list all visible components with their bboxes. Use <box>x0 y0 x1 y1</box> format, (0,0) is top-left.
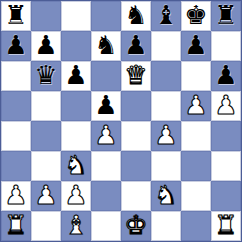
square-d7[interactable]: ♞ <box>91 31 121 61</box>
square-e8[interactable]: ♞ <box>121 1 151 31</box>
square-c7[interactable] <box>61 31 91 61</box>
piece-black-pawn-c6[interactable]: ♟ <box>64 62 87 88</box>
square-h3[interactable] <box>211 151 241 181</box>
square-e1[interactable]: ♚ <box>121 211 151 241</box>
square-e5[interactable] <box>121 91 151 121</box>
square-c6[interactable]: ♟ <box>61 61 91 91</box>
square-c1[interactable]: ♝ <box>61 211 91 241</box>
square-c2[interactable]: ♟ <box>61 181 91 211</box>
square-f8[interactable]: ♝ <box>151 1 181 31</box>
piece-white-pawn-c2[interactable]: ♟ <box>64 182 87 208</box>
piece-black-rook-a8[interactable]: ♜ <box>4 2 27 28</box>
square-d6[interactable] <box>91 61 121 91</box>
piece-white-pawn-f4[interactable]: ♟ <box>154 122 177 148</box>
square-f6[interactable] <box>151 61 181 91</box>
square-f2[interactable]: ♞ <box>151 181 181 211</box>
piece-black-king-g8[interactable]: ♚ <box>184 2 207 28</box>
piece-white-pawn-g5[interactable]: ♟ <box>184 92 207 118</box>
square-e2[interactable] <box>121 181 151 211</box>
square-h7[interactable] <box>211 31 241 61</box>
square-h8[interactable]: ♜ <box>211 1 241 31</box>
square-d4[interactable]: ♟ <box>91 121 121 151</box>
piece-black-rook-h8[interactable]: ♜ <box>214 2 237 28</box>
piece-black-pawn-e7[interactable]: ♟ <box>124 32 147 58</box>
square-f3[interactable] <box>151 151 181 181</box>
square-e3[interactable] <box>121 151 151 181</box>
piece-white-pawn-b2[interactable]: ♟ <box>34 182 57 208</box>
square-b3[interactable] <box>31 151 61 181</box>
square-h2[interactable] <box>211 181 241 211</box>
square-f5[interactable] <box>151 91 181 121</box>
square-b5[interactable] <box>31 91 61 121</box>
piece-white-knight-f2[interactable]: ♞ <box>154 182 177 208</box>
square-a3[interactable] <box>1 151 31 181</box>
square-b7[interactable]: ♟ <box>31 31 61 61</box>
square-a6[interactable] <box>1 61 31 91</box>
piece-black-pawn-g7[interactable]: ♟ <box>184 32 207 58</box>
piece-white-rook-a1[interactable]: ♜ <box>4 212 27 238</box>
square-c3[interactable]: ♞ <box>61 151 91 181</box>
square-b2[interactable]: ♟ <box>31 181 61 211</box>
square-c8[interactable] <box>61 1 91 31</box>
square-a8[interactable]: ♜ <box>1 1 31 31</box>
piece-white-pawn-d4[interactable]: ♟ <box>94 122 117 148</box>
square-b4[interactable] <box>31 121 61 151</box>
piece-black-pawn-d5[interactable]: ♟ <box>94 92 117 118</box>
square-f7[interactable] <box>151 31 181 61</box>
square-d3[interactable] <box>91 151 121 181</box>
square-g3[interactable] <box>181 151 211 181</box>
square-h6[interactable]: ♟ <box>211 61 241 91</box>
piece-white-queen-e6[interactable]: ♛ <box>124 62 147 88</box>
square-b8[interactable] <box>31 1 61 31</box>
square-h4[interactable] <box>211 121 241 151</box>
square-d2[interactable] <box>91 181 121 211</box>
square-e7[interactable]: ♟ <box>121 31 151 61</box>
square-g2[interactable] <box>181 181 211 211</box>
square-b6[interactable]: ♛ <box>31 61 61 91</box>
square-g5[interactable]: ♟ <box>181 91 211 121</box>
square-a1[interactable]: ♜ <box>1 211 31 241</box>
piece-black-knight-d7[interactable]: ♞ <box>94 32 117 58</box>
square-b1[interactable] <box>31 211 61 241</box>
square-g4[interactable] <box>181 121 211 151</box>
square-d5[interactable]: ♟ <box>91 91 121 121</box>
square-e6[interactable]: ♛ <box>121 61 151 91</box>
piece-white-bishop-c1[interactable]: ♝ <box>64 212 87 238</box>
piece-black-knight-e8[interactable]: ♞ <box>124 2 147 28</box>
square-f4[interactable]: ♟ <box>151 121 181 151</box>
square-d1[interactable] <box>91 211 121 241</box>
square-a7[interactable]: ♟ <box>1 31 31 61</box>
chess-board: ♜♞♝♚♜♟♟♞♟♟♛♟♛♟♟♟♟♟♟♞♟♟♟♞♜♝♚♜ <box>0 0 242 242</box>
piece-black-pawn-b7[interactable]: ♟ <box>34 32 57 58</box>
piece-white-king-e1[interactable]: ♚ <box>124 212 147 238</box>
square-a4[interactable] <box>1 121 31 151</box>
piece-white-rook-h1[interactable]: ♜ <box>214 212 237 238</box>
piece-white-knight-c3[interactable]: ♞ <box>64 152 87 178</box>
square-d8[interactable] <box>91 1 121 31</box>
piece-black-pawn-h6[interactable]: ♟ <box>214 62 237 88</box>
piece-black-queen-b6[interactable]: ♛ <box>34 62 57 88</box>
piece-white-pawn-h5[interactable]: ♟ <box>214 92 237 118</box>
piece-black-pawn-a7[interactable]: ♟ <box>4 32 27 58</box>
square-g6[interactable] <box>181 61 211 91</box>
square-e4[interactable] <box>121 121 151 151</box>
square-c5[interactable] <box>61 91 91 121</box>
square-h1[interactable]: ♜ <box>211 211 241 241</box>
piece-white-pawn-a2[interactable]: ♟ <box>4 182 27 208</box>
square-g1[interactable] <box>181 211 211 241</box>
square-g7[interactable]: ♟ <box>181 31 211 61</box>
square-g8[interactable]: ♚ <box>181 1 211 31</box>
square-h5[interactable]: ♟ <box>211 91 241 121</box>
square-a5[interactable] <box>1 91 31 121</box>
square-c4[interactable] <box>61 121 91 151</box>
square-f1[interactable] <box>151 211 181 241</box>
square-a2[interactable]: ♟ <box>1 181 31 211</box>
piece-black-bishop-f8[interactable]: ♝ <box>154 2 177 28</box>
